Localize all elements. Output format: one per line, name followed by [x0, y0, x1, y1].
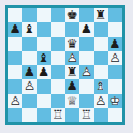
white-piece-outline: ♕	[65, 94, 79, 108]
square-e1[interactable]	[65, 108, 79, 122]
square-h2[interactable]: ♚♔	[108, 94, 122, 108]
white-queen: ♛♕	[65, 94, 79, 108]
white-piece-outline: ♗	[94, 79, 108, 93]
white-piece-fill: ♝	[94, 79, 108, 93]
black-bishop: ♝	[22, 22, 36, 36]
black-pawn: ♟	[108, 37, 122, 51]
square-a6[interactable]	[8, 37, 22, 51]
square-g3[interactable]: ♝♗	[94, 79, 108, 93]
square-c3[interactable]	[37, 79, 51, 93]
square-a2[interactable]: ♟♙	[8, 94, 22, 108]
black-piece-glyph: ♚	[65, 8, 79, 22]
black-queen: ♛	[65, 37, 79, 51]
square-f1[interactable]: ♜♖	[79, 108, 93, 122]
white-piece-fill: ♜	[51, 108, 65, 122]
white-piece-fill: ♛	[65, 94, 79, 108]
white-piece-outline: ♙	[65, 51, 79, 65]
square-b6[interactable]	[22, 37, 36, 51]
white-piece-fill: ♟	[65, 51, 79, 65]
black-rook: ♜	[65, 65, 79, 79]
black-piece-glyph: ♟	[108, 37, 122, 51]
black-piece-glyph: ♟	[79, 22, 93, 36]
black-bishop: ♝	[37, 51, 51, 65]
black-piece-glyph: ♝	[37, 51, 51, 65]
black-piece-glyph: ♜	[65, 65, 79, 79]
black-piece-glyph: ♝	[22, 22, 36, 36]
white-piece-outline: ♔	[108, 94, 122, 108]
square-d2[interactable]	[51, 94, 65, 108]
white-piece-outline: ♙	[108, 51, 122, 65]
square-d8[interactable]	[51, 8, 65, 22]
black-piece-glyph: ♟	[22, 65, 36, 79]
square-b4[interactable]: ♟	[22, 65, 36, 79]
black-pawn: ♟	[79, 22, 93, 36]
square-d3[interactable]	[51, 79, 65, 93]
square-e2[interactable]: ♛♕	[65, 94, 79, 108]
square-g7[interactable]	[94, 22, 108, 36]
white-piece-fill: ♚	[108, 94, 122, 108]
square-e5[interactable]: ♟♙	[65, 51, 79, 65]
square-h3[interactable]	[108, 79, 122, 93]
white-piece-fill: ♟	[94, 94, 108, 108]
square-h5[interactable]: ♟♙	[108, 51, 122, 65]
square-c4[interactable]: ♟	[37, 65, 51, 79]
square-e3[interactable]: ♟	[65, 79, 79, 93]
white-piece-outline: ♖	[51, 108, 65, 122]
black-rook: ♜	[94, 8, 108, 22]
square-f6[interactable]	[79, 37, 93, 51]
white-bishop: ♝♗	[94, 79, 108, 93]
square-c8[interactable]	[37, 8, 51, 22]
square-b7[interactable]: ♝	[22, 22, 36, 36]
square-a8[interactable]	[8, 8, 22, 22]
black-pawn: ♟	[8, 22, 22, 36]
square-h1[interactable]	[108, 108, 122, 122]
square-g1[interactable]	[94, 108, 108, 122]
square-d1[interactable]: ♜♖	[51, 108, 65, 122]
square-f7[interactable]: ♟	[79, 22, 93, 36]
black-piece-glyph: ♟	[65, 79, 79, 93]
square-e6[interactable]: ♛	[65, 37, 79, 51]
square-b1[interactable]	[22, 108, 36, 122]
white-rook: ♜♖	[51, 108, 65, 122]
square-a3[interactable]	[8, 79, 22, 93]
square-g6[interactable]	[94, 37, 108, 51]
square-g8[interactable]: ♜	[94, 8, 108, 22]
square-f4[interactable]: ♟♙	[79, 65, 93, 79]
square-c7[interactable]	[37, 22, 51, 36]
black-piece-glyph: ♟	[37, 65, 51, 79]
square-e7[interactable]	[65, 22, 79, 36]
white-pawn: ♟♙	[8, 94, 22, 108]
square-e4[interactable]: ♜	[65, 65, 79, 79]
square-d4[interactable]	[51, 65, 65, 79]
square-g4[interactable]	[94, 65, 108, 79]
square-f8[interactable]	[79, 8, 93, 22]
white-piece-outline: ♙	[22, 79, 36, 93]
white-rook: ♜♖	[79, 108, 93, 122]
black-king: ♚	[65, 8, 79, 22]
white-piece-outline: ♖	[79, 108, 93, 122]
square-f5[interactable]	[79, 51, 93, 65]
square-a7[interactable]: ♟	[8, 22, 22, 36]
square-b5[interactable]	[22, 51, 36, 65]
black-piece-glyph: ♜	[94, 8, 108, 22]
white-pawn: ♟♙	[108, 51, 122, 65]
square-a4[interactable]	[8, 65, 22, 79]
square-c5[interactable]: ♝	[37, 51, 51, 65]
square-d7[interactable]	[51, 22, 65, 36]
white-piece-fill: ♟	[79, 65, 93, 79]
white-piece-outline: ♙	[79, 65, 93, 79]
white-pawn: ♟♙	[65, 51, 79, 65]
black-piece-glyph: ♛	[65, 37, 79, 51]
white-pawn: ♟♙	[22, 79, 36, 93]
square-d5[interactable]	[51, 51, 65, 65]
square-a1[interactable]	[8, 108, 22, 122]
square-h8[interactable]	[108, 8, 122, 22]
white-piece-fill: ♜	[79, 108, 93, 122]
black-pawn: ♟	[22, 65, 36, 79]
white-pawn: ♟♙	[94, 94, 108, 108]
white-piece-fill: ♟	[8, 94, 22, 108]
black-pawn: ♟	[37, 65, 51, 79]
square-c2[interactable]	[37, 94, 51, 108]
white-piece-fill: ♟	[108, 51, 122, 65]
white-piece-fill: ♟	[22, 79, 36, 93]
square-g5[interactable]	[94, 51, 108, 65]
square-b8[interactable]	[22, 8, 36, 22]
screenshot-root: { "game": "chess", "position": "4k1r1/pb…	[0, 0, 133, 133]
square-c6[interactable]	[37, 37, 51, 51]
black-pawn: ♟	[65, 79, 79, 93]
square-f2[interactable]	[79, 94, 93, 108]
square-h6[interactable]: ♟	[108, 37, 122, 51]
square-g2[interactable]: ♟♙	[94, 94, 108, 108]
square-h7[interactable]	[108, 22, 122, 36]
square-d6[interactable]	[51, 37, 65, 51]
chess-app: ♚♜♟♝♟♛♟♝♟♙♟♙♟♟♜♟♙♟♙♟♝♗♟♙♛♕♟♙♚♔♜♖♜♖	[0, 0, 133, 133]
white-piece-outline: ♙	[94, 94, 108, 108]
white-pawn: ♟♙	[79, 65, 93, 79]
white-king: ♚♔	[108, 94, 122, 108]
square-f3[interactable]	[79, 79, 93, 93]
chess-board: ♚♜♟♝♟♛♟♝♟♙♟♙♟♟♜♟♙♟♙♟♝♗♟♙♛♕♟♙♚♔♜♖♜♖	[5, 5, 125, 125]
black-piece-glyph: ♟	[8, 22, 22, 36]
square-e8[interactable]: ♚	[65, 8, 79, 22]
white-piece-outline: ♙	[8, 94, 22, 108]
square-b2[interactable]	[22, 94, 36, 108]
square-a5[interactable]	[8, 51, 22, 65]
square-h4[interactable]	[108, 65, 122, 79]
square-b3[interactable]: ♟♙	[22, 79, 36, 93]
square-c1[interactable]	[37, 108, 51, 122]
